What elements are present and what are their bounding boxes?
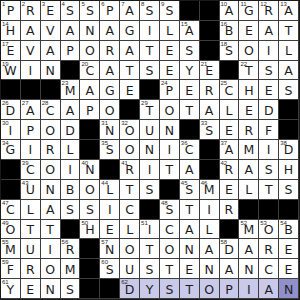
cell-r8c14[interactable]: I [259,140,279,160]
black-cell-r8c11 [200,140,220,160]
cell-r14c7[interactable]: U [120,259,140,279]
cell-r12c10[interactable]: A [180,220,200,240]
cell-r8c1[interactable]: 34G [1,140,21,160]
cell-letter: R [46,144,55,159]
cell-letter: R [26,264,35,279]
cell-number: 56 [62,239,69,246]
cell-number: 43 [22,180,29,187]
cell-letter: E [185,85,193,100]
cell-letter: L [245,184,252,199]
cell-r1c3[interactable]: 3E [41,1,61,21]
cell-r9c7[interactable]: 41R [120,160,140,180]
cell-letter: A [105,65,114,80]
cell-r10c8[interactable]: S [140,180,160,200]
black-cell-r2c11 [200,21,220,41]
cell-letter: I [168,144,172,159]
cell-r5c12[interactable]: 25C [220,80,240,100]
cell-r10c14[interactable]: T [259,180,279,200]
cell-r11c2[interactable]: L [21,200,41,220]
cell-r4c3[interactable]: N [41,61,61,81]
cell-r4c9[interactable]: E [160,61,180,81]
cell-letter: A [205,105,214,120]
cell-r10c6[interactable]: 44L [100,180,120,200]
cell-r4c15[interactable]: A [279,61,299,81]
cell-r15c13[interactable]: I [239,279,259,299]
cell-r4c1[interactable]: 19W [1,61,21,81]
cell-letter: S [165,5,173,20]
cell-r5c7[interactable]: E [120,80,140,100]
cell-letter: A [185,224,194,239]
cell-r10c4[interactable]: B [61,180,81,200]
cell-r3c12[interactable]: 18S [220,41,240,61]
cell-r5c6[interactable]: G [100,80,120,100]
cell-number: 14 [2,21,9,28]
cell-r14c8[interactable]: S [140,259,160,279]
cell-letter: H [244,85,253,100]
cell-letter: L [225,105,232,120]
cell-r5c15[interactable]: S [279,80,299,100]
cell-number: 36 [181,140,188,147]
cell-r13c8[interactable]: T [140,239,160,259]
cell-letter: L [166,25,173,40]
cell-r10c3[interactable]: N [41,180,61,200]
cell-r2c13[interactable]: E [239,21,259,41]
cell-r14c12[interactable]: A [220,259,240,279]
cell-r15c2[interactable]: E [21,279,41,299]
cell-r10c11[interactable]: 46M [200,180,220,200]
cell-r12c9[interactable]: C [160,220,180,240]
cell-r15c11[interactable]: O [200,279,220,299]
cell-r4c13[interactable]: 22T [239,61,259,81]
cell-r8c2[interactable]: I [21,140,41,160]
cell-letter: A [125,5,134,20]
cell-r1c5[interactable]: 5S [80,1,100,21]
cell-letter: T [166,164,174,179]
cell-number: 42 [221,160,228,167]
cell-r12c15[interactable]: 54B [279,220,299,240]
cell-letter: R [26,5,35,20]
cell-letter: O [85,45,95,60]
cell-r8c7[interactable]: O [120,140,140,160]
cell-r2c5[interactable]: N [80,21,100,41]
black-cell-r11c13 [239,200,259,220]
cell-r11c7[interactable]: C [120,200,140,220]
cell-r1c9[interactable]: 9S [160,1,180,21]
cell-letter: O [244,45,254,60]
cell-letter: S [146,264,154,279]
cell-r11c12[interactable]: R [220,200,240,220]
cell-r12c8[interactable]: 51I [140,220,160,240]
cell-letter: E [245,25,253,40]
cell-letter: U [26,244,35,259]
cell-r1c14[interactable]: 12R [259,1,279,21]
cell-number: 27 [22,100,29,107]
cell-r11c9[interactable]: 48S [160,200,180,220]
cell-number: 30 [2,120,9,127]
cell-r12c1[interactable]: 49O [1,220,21,240]
cell-r10c15[interactable]: S [279,180,299,200]
cell-r6c6[interactable]: O [100,100,120,120]
cell-number: 45 [181,180,188,187]
cell-number: 53 [260,220,267,227]
cell-letter: G [105,85,115,100]
cell-r3c7[interactable]: A [120,41,140,61]
cell-number: 38 [280,140,287,147]
cell-number: 7 [121,1,124,8]
cell-letter: L [285,45,292,60]
cell-r8c4[interactable]: L [61,140,81,160]
cell-r13c14[interactable]: R [259,239,279,259]
black-cell-r4c12 [220,61,240,81]
cell-r11c4[interactable]: S [61,200,81,220]
cell-number: 35 [101,140,108,147]
cell-r14c9[interactable]: T [160,259,180,279]
cell-letter: L [206,224,213,239]
cell-letter: E [285,264,293,279]
cell-r9c15[interactable]: H [279,160,299,180]
cell-r4c10[interactable]: Y [180,61,200,81]
cell-letter: S [146,5,154,20]
cell-r14c14[interactable]: C [259,259,279,279]
cell-r12c3[interactable]: T [41,220,61,240]
cell-r9c2[interactable]: 39C [21,160,41,180]
cell-letter: L [67,144,74,159]
cell-number: 32 [121,120,128,127]
cell-letter: O [164,244,174,259]
cell-r13c2[interactable]: U [21,239,41,259]
cell-number: 8 [141,1,144,8]
black-cell-r9c11 [200,160,220,180]
cell-number: 41 [121,160,128,167]
cell-r4c8[interactable]: S [140,61,160,81]
cell-number: 26 [2,100,9,107]
cell-r6c1[interactable]: 26D [1,100,21,120]
cell-r6c4[interactable]: A [61,100,81,120]
cell-r9c5[interactable]: 40N [80,160,100,180]
cell-r5c11[interactable]: R [200,80,220,100]
cell-letter: I [28,65,32,80]
cell-r3c10[interactable]: S [180,41,200,61]
cell-r8c13[interactable]: M [239,140,259,160]
cell-r7c8[interactable]: U [140,120,160,140]
cell-r3c5[interactable]: O [80,41,100,61]
cell-number: 59 [2,259,9,266]
black-cell-r5c2 [21,80,41,100]
cell-r1c15[interactable]: 13A [279,1,299,21]
cell-letter: L [126,224,133,239]
cell-r2c10[interactable]: 15A [180,21,200,41]
cell-r5c5[interactable]: A [80,80,100,100]
cell-r14c13[interactable]: N [239,259,259,279]
cell-letter: B [66,184,75,199]
cell-r5c10[interactable]: E [180,80,200,100]
cell-r13c1[interactable]: 55M [1,239,21,259]
cell-r7c9[interactable]: N [160,120,180,140]
cell-letter: E [285,244,293,259]
cell-letter: A [66,25,75,40]
cell-r13c12[interactable]: 58D [220,239,240,259]
cell-r1c8[interactable]: 8S [140,1,160,21]
cell-r1c6[interactable]: 6P [100,1,120,21]
cell-r8c9[interactable]: I [160,140,180,160]
cell-r6c3[interactable]: 28C [41,100,61,120]
cell-r7c12[interactable]: E [220,120,240,140]
cell-r4c11[interactable]: 21E [200,61,220,81]
cell-letter: E [126,85,134,100]
cell-r13c6[interactable]: 57N [100,239,120,259]
cell-r7c14[interactable]: F [259,120,279,140]
cell-r2c9[interactable]: L [160,21,180,41]
cell-r10c13[interactable]: L [239,180,259,200]
cell-letter: O [125,244,135,259]
cell-r6c5[interactable]: P [80,100,100,120]
cell-r14c6[interactable]: 60S [100,259,120,279]
cell-r1c4[interactable]: 4S [61,1,81,21]
cell-r6c14[interactable]: D [259,100,279,120]
cell-r7c7[interactable]: 32O [120,120,140,140]
cell-r14c11[interactable]: N [200,259,220,279]
cell-letter: S [66,5,74,20]
cell-r4c2[interactable]: I [21,61,41,81]
cell-r12c5[interactable]: 50H [80,220,100,240]
cell-r1c13[interactable]: 11G [239,1,259,21]
cell-r4c7[interactable]: T [120,61,140,81]
cell-r3c15[interactable]: L [279,41,299,61]
cell-number: 5 [81,1,84,8]
cell-r3c8[interactable]: T [140,41,160,61]
cell-number: 15 [181,21,188,28]
cell-letter: N [45,184,54,199]
cell-letter: R [225,204,234,219]
cell-number: 13 [280,1,287,8]
cell-r3c9[interactable]: E [160,41,180,61]
cell-r13c11[interactable]: A [200,239,220,259]
cell-letter: P [225,284,233,299]
cell-number: 44 [101,180,108,187]
cell-number: 23 [62,80,69,87]
black-cell-r10c9 [160,180,180,200]
cell-letter: I [267,144,271,159]
cell-r7c4[interactable]: D [61,120,81,140]
cell-letter: I [207,204,211,219]
cell-letter: D [264,105,274,120]
cell-letter: P [86,105,94,120]
cell-r15c10[interactable]: T [180,279,200,299]
cell-letter: S [285,184,293,199]
cell-letter: O [45,264,55,279]
cell-r9c9[interactable]: T [160,160,180,180]
cell-r6c9[interactable]: O [160,100,180,120]
cell-r2c1[interactable]: 14H [1,21,21,41]
cell-r15c3[interactable]: N [41,279,61,299]
cell-r1c2[interactable]: 2R [21,1,41,21]
cell-r9c4[interactable]: I [61,160,81,180]
cell-r12c11[interactable]: L [200,220,220,240]
cell-r2c3[interactable]: V [41,21,61,41]
cell-r5c9[interactable]: 24P [160,80,180,100]
cell-r15c8[interactable]: Y [140,279,160,299]
cell-r13c13[interactable]: A [239,239,259,259]
cell-r15c15[interactable]: N [279,279,299,299]
cell-number: 19 [2,61,9,68]
cell-r2c2[interactable]: A [21,21,41,41]
cell-r4c6[interactable]: A [100,61,120,81]
cell-r13c9[interactable]: O [160,239,180,259]
cell-r15c14[interactable]: A [259,279,279,299]
cell-r6c10[interactable]: T [180,100,200,120]
cell-r2c4[interactable]: A [61,21,81,41]
cell-r8c6[interactable]: 35S [100,140,120,160]
cell-letter: T [126,65,134,80]
cell-r6c12[interactable]: L [220,100,240,120]
cell-r15c4[interactable]: S [61,279,81,299]
cell-r1c12[interactable]: 10A [220,1,240,21]
cell-letter: T [285,25,293,40]
cell-r5c14[interactable]: E [259,80,279,100]
cell-r13c3[interactable]: I [41,239,61,259]
cell-letter: I [108,204,112,219]
cell-r7c3[interactable]: O [41,120,61,140]
cell-number: 37 [221,140,228,147]
cell-r5c13[interactable]: H [239,80,259,100]
cell-number: 24 [161,80,168,87]
cell-r7c6[interactable]: 31N [100,120,120,140]
cell-number: 54 [280,220,287,227]
cell-r15c12[interactable]: P [220,279,240,299]
cell-r2c8[interactable]: I [140,21,160,41]
cell-r5c4[interactable]: 23M [61,80,81,100]
cell-r8c10[interactable]: 36C [180,140,200,160]
cell-r7c1[interactable]: 30I [1,120,21,140]
cell-letter: H [284,164,293,179]
cell-r8c8[interactable]: N [140,140,160,160]
cell-r11c10[interactable]: T [180,200,200,220]
cell-r3c6[interactable]: R [100,41,120,61]
cell-r4c14[interactable]: S [259,61,279,81]
cell-r14c10[interactable]: E [180,259,200,279]
cell-letter: A [225,264,234,279]
cell-r14c4[interactable]: M [61,259,81,279]
cell-r15c1[interactable]: 61Y [1,279,21,299]
cell-r14c3[interactable]: O [41,259,61,279]
cell-letter: E [245,105,253,120]
cell-r2c7[interactable]: G [120,21,140,41]
cell-r7c13[interactable]: R [239,120,259,140]
cell-r10c7[interactable]: T [120,180,140,200]
black-cell-r9c6 [100,160,120,180]
cell-r9c14[interactable]: S [259,160,279,180]
cell-r12c7[interactable]: L [120,220,140,240]
cell-r15c7[interactable]: 62D [120,279,140,299]
cell-r12c2[interactable]: T [21,220,41,240]
cell-r2c15[interactable]: T [279,21,299,41]
cell-r11c5[interactable]: S [80,200,100,220]
cell-r8c3[interactable]: R [41,140,61,160]
cell-r9c10[interactable]: A [180,160,200,180]
cell-r9c12[interactable]: 42R [220,160,240,180]
cell-number: 51 [141,220,148,227]
cell-r3c13[interactable]: O [239,41,259,61]
cell-r3c3[interactable]: A [41,41,61,61]
cell-letter: N [45,284,54,299]
cell-r8c15[interactable]: 38D [279,140,299,160]
cell-r14c15[interactable]: E [279,259,299,279]
cell-number: 28 [42,100,49,107]
cell-r11c11[interactable]: I [200,200,220,220]
cell-r14c1[interactable]: 59F [1,259,21,279]
cell-r11c3[interactable]: A [41,200,61,220]
cell-r9c13[interactable]: A [239,160,259,180]
cell-letter: E [46,5,54,20]
black-cell-r11c14 [259,200,279,220]
cell-r15c9[interactable]: S [160,279,180,299]
black-cell-r11c15 [279,200,299,220]
cell-r9c3[interactable]: O [41,160,61,180]
cell-letter: S [265,65,273,80]
cell-number: 33 [201,120,208,127]
cell-r2c14[interactable]: A [259,21,279,41]
cell-r4c5[interactable]: 20C [80,61,100,81]
black-cell-r13c5 [80,239,100,259]
cell-r2c12[interactable]: 16B [220,21,240,41]
cell-letter: I [68,164,72,179]
cell-r12c6[interactable]: E [100,220,120,240]
cell-r10c2[interactable]: 43U [21,180,41,200]
cell-letter: A [264,284,273,299]
cell-r6c13[interactable]: E [239,100,259,120]
cell-r10c12[interactable]: E [220,180,240,200]
cell-r3c14[interactable]: I [259,41,279,61]
cell-number: 20 [81,61,88,68]
cell-r10c5[interactable]: O [80,180,100,200]
black-cell-r4c4 [61,61,81,81]
cell-r13c4[interactable]: 56R [61,239,81,259]
cell-r3c2[interactable]: V [21,41,41,61]
cell-r6c2[interactable]: 27A [21,100,41,120]
cell-r14c2[interactable]: R [21,259,41,279]
cell-r13c7[interactable]: O [120,239,140,259]
cell-r13c15[interactable]: E [279,239,299,259]
cell-r12c14[interactable]: 53O [259,220,279,240]
cell-r10c10[interactable]: 45S [180,180,200,200]
cell-r13c10[interactable]: N [180,239,200,259]
cell-r3c4[interactable]: P [61,41,81,61]
cell-letter: A [185,164,194,179]
cell-letter: O [164,105,174,120]
cell-r8c12[interactable]: 37A [220,140,240,160]
cell-r9c8[interactable]: I [140,160,160,180]
cell-r11c1[interactable]: 47C [1,200,21,220]
cell-r1c7[interactable]: 7A [120,1,140,21]
cell-r1c1[interactable]: 1P [1,1,21,21]
cell-r6c11[interactable]: A [200,100,220,120]
cell-number: 21 [201,61,208,68]
cell-number: 10 [221,1,228,8]
cell-letter: A [245,244,254,259]
cell-r7c11[interactable]: 33S [200,120,220,140]
cell-r6c8[interactable]: 29T [140,100,160,120]
cell-r12c13[interactable]: 52M [239,220,259,240]
black-cell-r14c5 [80,259,100,279]
cell-r11c6[interactable]: I [100,200,120,220]
cell-r7c2[interactable]: P [21,120,41,140]
cell-letter: I [247,284,251,299]
black-cell-r9c1 [1,160,21,180]
cell-letter: U [125,264,134,279]
cell-r3c1[interactable]: 17E [1,41,21,61]
cell-r2c6[interactable]: A [100,21,120,41]
crossword-grid: 1P2R3E4S5S6P7A8S9S10A11G12R13A14HAVANAGI… [0,0,300,300]
